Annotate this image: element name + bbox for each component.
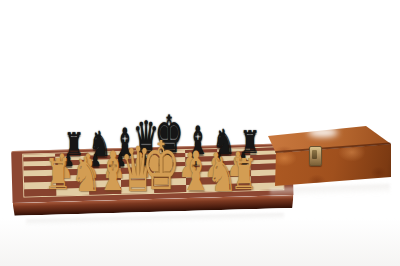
square-g1 — [218, 183, 251, 191]
square-d1 — [121, 186, 154, 194]
board-squares — [22, 146, 284, 197]
square-b1 — [57, 187, 90, 195]
square-c1 — [89, 186, 122, 194]
box-clasp — [309, 146, 322, 166]
square-a1 — [24, 188, 57, 196]
lid-glare-highlight — [308, 128, 338, 137]
square-e1 — [154, 185, 187, 193]
square-f1 — [186, 184, 219, 192]
chess-board — [11, 143, 294, 216]
board-frame — [11, 143, 293, 203]
clasp-keeper — [312, 150, 317, 159]
chess-set-photo: ♜♞♝♛♚♝♞♜♟♟♟♟♟♟♟♟♟♟♟♟♟♟♟♟♜♞♝♛♚♝♞♜ — [0, 0, 400, 266]
